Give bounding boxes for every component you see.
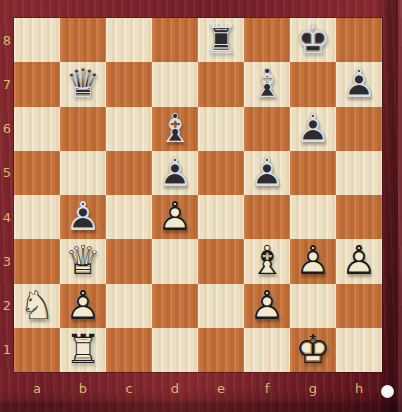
square-d3[interactable]: [152, 239, 198, 283]
piece-black-bishop[interactable]: ♝♗: [152, 107, 198, 151]
square-f2[interactable]: ♟♙: [244, 284, 290, 328]
square-g7[interactable]: [290, 62, 336, 106]
piece-black-pawn[interactable]: ♟♙: [152, 151, 198, 195]
square-d7[interactable]: [152, 62, 198, 106]
square-c8[interactable]: [106, 18, 152, 62]
square-h7[interactable]: ♟♙: [336, 62, 382, 106]
square-e1[interactable]: [198, 328, 244, 372]
rank-label-5: 5: [0, 151, 14, 195]
chess-board-frame: 87654321 ♜♖♚♔♛♕♝♗♟♙♝♗♟♙♟♙♟♙♟♙♟♙♛♕♝♗♟♙♟♙♞…: [0, 0, 402, 412]
square-c1[interactable]: [106, 328, 152, 372]
piece-glyph-outline: ♔: [290, 327, 336, 371]
square-b6[interactable]: [60, 107, 106, 151]
piece-black-queen[interactable]: ♛♕: [60, 62, 106, 106]
square-e3[interactable]: [198, 239, 244, 283]
square-g4[interactable]: [290, 195, 336, 239]
square-d6[interactable]: ♝♗: [152, 107, 198, 151]
piece-black-pawn[interactable]: ♟♙: [60, 195, 106, 239]
piece-glyph-outline: ♙: [336, 61, 382, 105]
piece-glyph-outline: ♙: [290, 106, 336, 150]
square-b5[interactable]: [60, 151, 106, 195]
piece-glyph-outline: ♙: [244, 283, 290, 327]
square-a8[interactable]: [14, 18, 60, 62]
square-b8[interactable]: [60, 18, 106, 62]
piece-white-queen[interactable]: ♛♕: [60, 239, 106, 283]
square-c3[interactable]: [106, 239, 152, 283]
chess-board[interactable]: ♜♖♚♔♛♕♝♗♟♙♝♗♟♙♟♙♟♙♟♙♟♙♛♕♝♗♟♙♟♙♞♘♟♙♟♙♜♖♚♔: [14, 18, 382, 372]
file-label-e: e: [198, 377, 244, 400]
square-h2[interactable]: [336, 284, 382, 328]
file-label-g: g: [290, 377, 336, 400]
square-g5[interactable]: [290, 151, 336, 195]
square-b2[interactable]: ♟♙: [60, 284, 106, 328]
square-h6[interactable]: [336, 107, 382, 151]
piece-glyph-outline: ♕: [60, 61, 106, 105]
piece-white-pawn[interactable]: ♟♙: [290, 239, 336, 283]
piece-glyph-outline: ♙: [336, 238, 382, 282]
piece-white-pawn[interactable]: ♟♙: [336, 239, 382, 283]
square-f4[interactable]: [244, 195, 290, 239]
square-a1[interactable]: [14, 328, 60, 372]
piece-white-pawn[interactable]: ♟♙: [244, 284, 290, 328]
piece-glyph-outline: ♗: [244, 238, 290, 282]
piece-glyph-outline: ♖: [198, 17, 244, 61]
square-g2[interactable]: [290, 284, 336, 328]
rank-label-6: 6: [0, 107, 14, 151]
square-d5[interactable]: ♟♙: [152, 151, 198, 195]
square-g6[interactable]: ♟♙: [290, 107, 336, 151]
piece-glyph-outline: ♙: [152, 150, 198, 194]
piece-white-pawn[interactable]: ♟♙: [152, 195, 198, 239]
piece-white-knight[interactable]: ♞♘: [14, 284, 60, 328]
square-g3[interactable]: ♟♙: [290, 239, 336, 283]
square-e5[interactable]: [198, 151, 244, 195]
square-h1[interactable]: [336, 328, 382, 372]
piece-white-king[interactable]: ♚♔: [290, 328, 336, 372]
piece-glyph-outline: ♖: [60, 327, 106, 371]
file-label-a: a: [14, 377, 60, 400]
square-d4[interactable]: ♟♙: [152, 195, 198, 239]
piece-glyph-outline: ♙: [290, 238, 336, 282]
piece-glyph-outline: ♗: [244, 61, 290, 105]
piece-glyph-outline: ♕: [60, 238, 106, 282]
square-c7[interactable]: [106, 62, 152, 106]
square-c5[interactable]: [106, 151, 152, 195]
square-f7[interactable]: ♝♗: [244, 62, 290, 106]
square-h3[interactable]: ♟♙: [336, 239, 382, 283]
square-a3[interactable]: [14, 239, 60, 283]
square-f5[interactable]: ♟♙: [244, 151, 290, 195]
piece-black-bishop[interactable]: ♝♗: [244, 62, 290, 106]
square-e4[interactable]: [198, 195, 244, 239]
file-label-d: d: [152, 377, 198, 400]
rank-label-3: 3: [0, 239, 14, 283]
square-c2[interactable]: [106, 284, 152, 328]
piece-white-rook[interactable]: ♜♖: [60, 328, 106, 372]
square-b1[interactable]: ♜♖: [60, 328, 106, 372]
square-c6[interactable]: [106, 107, 152, 151]
square-h8[interactable]: [336, 18, 382, 62]
square-h5[interactable]: [336, 151, 382, 195]
square-h4[interactable]: [336, 195, 382, 239]
square-a7[interactable]: [14, 62, 60, 106]
piece-white-pawn[interactable]: ♟♙: [60, 284, 106, 328]
square-e6[interactable]: [198, 107, 244, 151]
file-labels: abcdefgh: [14, 372, 382, 400]
piece-black-king[interactable]: ♚♔: [290, 18, 336, 62]
square-d1[interactable]: [152, 328, 198, 372]
rank-label-8: 8: [0, 18, 14, 62]
rank-label-2: 2: [0, 284, 14, 328]
square-c4[interactable]: [106, 195, 152, 239]
square-d8[interactable]: [152, 18, 198, 62]
square-f6[interactable]: [244, 107, 290, 151]
square-a2[interactable]: ♞♘: [14, 284, 60, 328]
rank-label-4: 4: [0, 195, 14, 239]
piece-black-pawn[interactable]: ♟♙: [244, 151, 290, 195]
square-e2[interactable]: [198, 284, 244, 328]
square-b3[interactable]: ♛♕: [60, 239, 106, 283]
file-label-b: b: [60, 377, 106, 400]
square-b4[interactable]: ♟♙: [60, 195, 106, 239]
piece-glyph-outline: ♙: [152, 194, 198, 238]
square-e8[interactable]: ♜♖: [198, 18, 244, 62]
square-a6[interactable]: [14, 107, 60, 151]
piece-white-bishop[interactable]: ♝♗: [244, 239, 290, 283]
file-label-f: f: [244, 377, 290, 400]
square-f8[interactable]: [244, 18, 290, 62]
piece-glyph-outline: ♘: [14, 283, 60, 327]
square-g1[interactable]: ♚♔: [290, 328, 336, 372]
piece-glyph-outline: ♙: [60, 283, 106, 327]
file-label-c: c: [106, 377, 152, 400]
piece-glyph-outline: ♗: [152, 106, 198, 150]
square-b7[interactable]: ♛♕: [60, 62, 106, 106]
square-g8[interactable]: ♚♔: [290, 18, 336, 62]
square-e7[interactable]: [198, 62, 244, 106]
square-d2[interactable]: [152, 284, 198, 328]
piece-glyph-outline: ♔: [290, 17, 336, 61]
piece-black-rook[interactable]: ♜♖: [198, 18, 244, 62]
square-f3[interactable]: ♝♗: [244, 239, 290, 283]
square-a5[interactable]: [14, 151, 60, 195]
rank-labels: 87654321: [0, 18, 14, 372]
piece-glyph-outline: ♙: [244, 150, 290, 194]
square-f1[interactable]: [244, 328, 290, 372]
piece-glyph-outline: ♙: [60, 194, 106, 238]
rank-label-7: 7: [0, 62, 14, 106]
rank-label-1: 1: [0, 328, 14, 372]
side-to-move-indicator: [381, 385, 394, 398]
square-a4[interactable]: [14, 195, 60, 239]
file-label-h: h: [336, 377, 382, 400]
piece-black-pawn[interactable]: ♟♙: [290, 107, 336, 151]
piece-black-pawn[interactable]: ♟♙: [336, 62, 382, 106]
